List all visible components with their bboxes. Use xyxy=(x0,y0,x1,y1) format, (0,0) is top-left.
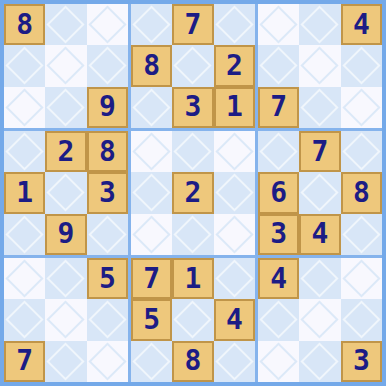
cell-r2c2[interactable] xyxy=(45,45,86,86)
cell-r7c6[interactable] xyxy=(214,258,255,299)
cell-r7c3: 5 xyxy=(87,258,128,299)
cell-r5c3: 3 xyxy=(87,172,128,213)
cell-r6c2: 9 xyxy=(45,214,86,255)
given-digit: 7 xyxy=(185,11,202,39)
given-digit: 7 xyxy=(143,265,160,293)
cell-r3c7: 7 xyxy=(258,87,299,128)
cell-r6c8: 4 xyxy=(299,214,340,255)
cell-r3c2[interactable] xyxy=(45,87,86,128)
given-digit: 4 xyxy=(312,220,329,248)
diamond-pattern xyxy=(47,88,85,126)
cell-r8c5[interactable] xyxy=(172,299,213,340)
cell-r6c1[interactable] xyxy=(4,214,45,255)
given-digit: 2 xyxy=(185,179,202,207)
diamond-pattern xyxy=(215,215,253,253)
cell-r2c8[interactable] xyxy=(299,45,340,86)
cell-r4c1[interactable] xyxy=(4,131,45,172)
diamond-pattern xyxy=(301,6,339,44)
diamond-pattern xyxy=(301,88,339,126)
diamond-pattern xyxy=(47,6,85,44)
cell-r4c5[interactable] xyxy=(172,131,213,172)
given-digit: 7 xyxy=(270,93,287,121)
box-r1c1: 89 xyxy=(4,4,128,128)
cell-r9c4[interactable] xyxy=(131,341,172,382)
diamond-pattern xyxy=(88,342,126,380)
cell-r9c5: 8 xyxy=(172,341,213,382)
cell-r8c4: 5 xyxy=(131,299,172,340)
diamond-pattern xyxy=(88,6,126,44)
cell-r9c9: 3 xyxy=(341,341,382,382)
diamond-pattern xyxy=(301,47,339,85)
cell-r2c5[interactable] xyxy=(172,45,213,86)
cell-r8c9[interactable] xyxy=(341,299,382,340)
diamond-pattern xyxy=(174,215,212,253)
cell-r4c6[interactable] xyxy=(214,131,255,172)
cell-r7c7: 4 xyxy=(258,258,299,299)
given-digit: 7 xyxy=(16,347,33,375)
diamond-pattern xyxy=(47,47,85,85)
cell-r2c9[interactable] xyxy=(341,45,382,86)
cell-r1c7[interactable] xyxy=(258,4,299,45)
given-digit: 9 xyxy=(58,220,75,248)
cell-r6c5[interactable] xyxy=(172,214,213,255)
diamond-pattern xyxy=(88,301,126,339)
given-digit: 1 xyxy=(16,179,33,207)
box-r3c1: 57 xyxy=(4,258,128,382)
diamond-pattern xyxy=(133,133,171,171)
diamond-pattern xyxy=(88,47,126,85)
cell-r3c9[interactable] xyxy=(341,87,382,128)
given-digit: 5 xyxy=(99,265,116,293)
cell-r4c7[interactable] xyxy=(258,131,299,172)
diamond-pattern xyxy=(260,301,298,339)
cell-r1c9: 4 xyxy=(341,4,382,45)
box-r3c2: 71548 xyxy=(131,258,255,382)
diamond-pattern xyxy=(342,301,380,339)
cell-r2c7[interactable] xyxy=(258,45,299,86)
diamond-pattern xyxy=(342,47,380,85)
cell-r9c1: 7 xyxy=(4,341,45,382)
cell-r9c7[interactable] xyxy=(258,341,299,382)
cell-r3c3: 9 xyxy=(87,87,128,128)
cell-r5c8[interactable] xyxy=(299,172,340,213)
diamond-pattern xyxy=(301,301,339,339)
cell-r8c8[interactable] xyxy=(299,299,340,340)
cell-r8c1[interactable] xyxy=(4,299,45,340)
cell-r4c4[interactable] xyxy=(131,131,172,172)
cell-r5c7: 6 xyxy=(258,172,299,213)
cell-r5c4[interactable] xyxy=(131,172,172,213)
diamond-pattern xyxy=(260,342,298,380)
cell-r5c9: 8 xyxy=(341,172,382,213)
diamond-pattern xyxy=(174,47,212,85)
diamond-pattern xyxy=(260,6,298,44)
diamond-pattern xyxy=(6,133,44,171)
given-digit: 4 xyxy=(226,306,243,334)
diamond-pattern xyxy=(215,174,253,212)
cell-r7c4: 7 xyxy=(131,258,172,299)
diamond-pattern xyxy=(174,301,212,339)
cell-r3c4[interactable] xyxy=(131,87,172,128)
cell-r5c2[interactable] xyxy=(45,172,86,213)
cell-r2c3[interactable] xyxy=(87,45,128,86)
diamond-pattern xyxy=(260,47,298,85)
diamond-pattern xyxy=(342,88,380,126)
diamond-pattern xyxy=(6,47,44,85)
cell-r1c5: 7 xyxy=(172,4,213,45)
diamond-pattern xyxy=(133,174,171,212)
cell-r9c3[interactable] xyxy=(87,341,128,382)
diamond-pattern xyxy=(88,215,126,253)
diamond-pattern xyxy=(301,174,339,212)
cell-r9c6[interactable] xyxy=(214,341,255,382)
cell-r4c9[interactable] xyxy=(341,131,382,172)
given-digit: 6 xyxy=(270,179,287,207)
diamond-pattern xyxy=(6,301,44,339)
diamond-pattern xyxy=(174,133,212,171)
cell-r3c6: 1 xyxy=(214,87,255,128)
cell-r1c1: 8 xyxy=(4,4,45,45)
box-r1c2: 78231 xyxy=(131,4,255,128)
cell-r6c4[interactable] xyxy=(131,214,172,255)
cell-r1c3[interactable] xyxy=(87,4,128,45)
cell-r2c6: 2 xyxy=(214,45,255,86)
cell-r2c4: 8 xyxy=(131,45,172,86)
given-digit: 4 xyxy=(353,11,370,39)
given-digit: 8 xyxy=(185,347,202,375)
diamond-pattern xyxy=(47,342,85,380)
cell-r3c1[interactable] xyxy=(4,87,45,128)
cell-r6c7: 3 xyxy=(258,214,299,255)
cell-r7c5: 1 xyxy=(172,258,213,299)
cell-r5c5: 2 xyxy=(172,172,213,213)
diamond-pattern xyxy=(133,215,171,253)
cell-r1c6[interactable] xyxy=(214,4,255,45)
cell-r8c3[interactable] xyxy=(87,299,128,340)
cell-r1c2[interactable] xyxy=(45,4,86,45)
given-digit: 8 xyxy=(143,52,160,80)
diamond-pattern xyxy=(6,260,44,298)
cell-r9c2[interactable] xyxy=(45,341,86,382)
sudoku-board: 89782314728139276834577154843 xyxy=(0,0,386,386)
cell-r7c1[interactable] xyxy=(4,258,45,299)
box-r3c3: 43 xyxy=(258,258,382,382)
diamond-pattern xyxy=(215,342,253,380)
diamond-pattern xyxy=(342,133,380,171)
cell-r7c2[interactable] xyxy=(45,258,86,299)
given-digit: 8 xyxy=(16,11,33,39)
cell-r1c8[interactable] xyxy=(299,4,340,45)
cell-r4c3: 8 xyxy=(87,131,128,172)
cell-r6c6[interactable] xyxy=(214,214,255,255)
cell-r1c4[interactable] xyxy=(131,4,172,45)
diamond-pattern xyxy=(260,133,298,171)
given-digit: 8 xyxy=(99,138,116,166)
box-r2c3: 76834 xyxy=(258,131,382,255)
given-digit: 8 xyxy=(353,179,370,207)
diamond-pattern xyxy=(215,260,253,298)
cell-r4c2: 2 xyxy=(45,131,86,172)
cell-r5c6[interactable] xyxy=(214,172,255,213)
given-digit: 2 xyxy=(226,52,243,80)
cell-r9c8[interactable] xyxy=(299,341,340,382)
cell-r7c9[interactable] xyxy=(341,258,382,299)
given-digit: 7 xyxy=(312,138,329,166)
box-r1c3: 47 xyxy=(258,4,382,128)
diamond-pattern xyxy=(6,88,44,126)
given-digit: 9 xyxy=(99,93,116,121)
cell-r3c5: 3 xyxy=(172,87,213,128)
diamond-pattern xyxy=(342,215,380,253)
cell-r7c8[interactable] xyxy=(299,258,340,299)
diamond-pattern xyxy=(342,260,380,298)
cell-r4c8: 7 xyxy=(299,131,340,172)
diamond-pattern xyxy=(133,342,171,380)
cell-r8c2[interactable] xyxy=(45,299,86,340)
diamond-pattern xyxy=(133,6,171,44)
diamond-pattern xyxy=(6,215,44,253)
box-r2c2: 2 xyxy=(131,131,255,255)
given-digit: 4 xyxy=(270,265,287,293)
diamond-pattern xyxy=(301,342,339,380)
diamond-pattern xyxy=(133,88,171,126)
diamond-pattern xyxy=(47,301,85,339)
cell-r8c7[interactable] xyxy=(258,299,299,340)
cell-r3c8[interactable] xyxy=(299,87,340,128)
cell-r6c3[interactable] xyxy=(87,214,128,255)
given-digit: 2 xyxy=(58,138,75,166)
diamond-pattern xyxy=(215,6,253,44)
box-r2c1: 28139 xyxy=(4,131,128,255)
given-digit: 3 xyxy=(99,179,116,207)
given-digit: 1 xyxy=(226,93,243,121)
given-digit: 3 xyxy=(185,93,202,121)
cell-r8c6: 4 xyxy=(214,299,255,340)
cell-r6c9[interactable] xyxy=(341,214,382,255)
diamond-pattern xyxy=(47,174,85,212)
diamond-pattern xyxy=(215,133,253,171)
given-digit: 3 xyxy=(353,347,370,375)
diamond-pattern xyxy=(47,260,85,298)
diamond-pattern xyxy=(301,260,339,298)
given-digit: 5 xyxy=(143,306,160,334)
given-digit: 1 xyxy=(185,265,202,293)
cell-r5c1: 1 xyxy=(4,172,45,213)
cell-r2c1[interactable] xyxy=(4,45,45,86)
given-digit: 3 xyxy=(270,220,287,248)
